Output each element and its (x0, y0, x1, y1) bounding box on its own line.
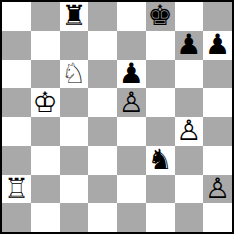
square-b3[interactable] (31, 146, 60, 175)
square-c5[interactable] (60, 88, 89, 117)
square-d6[interactable] (88, 60, 117, 89)
piece-white-knight[interactable]: ♘ (61, 60, 86, 88)
square-f7[interactable] (146, 31, 175, 60)
square-g5[interactable] (175, 88, 204, 117)
square-f3[interactable]: ♞ (146, 146, 175, 175)
square-b6[interactable] (31, 60, 60, 89)
square-a1[interactable] (2, 203, 31, 232)
square-h8[interactable] (203, 2, 232, 31)
square-b8[interactable] (31, 2, 60, 31)
square-g2[interactable] (175, 175, 204, 204)
square-b2[interactable] (31, 175, 60, 204)
square-b7[interactable] (31, 31, 60, 60)
square-b5[interactable]: ♔ (31, 88, 60, 117)
square-c6[interactable]: ♘ (60, 60, 89, 89)
piece-black-pawn[interactable]: ♟ (119, 60, 144, 88)
square-e8[interactable] (117, 2, 146, 31)
square-c3[interactable] (60, 146, 89, 175)
square-d3[interactable] (88, 146, 117, 175)
square-f2[interactable] (146, 175, 175, 204)
piece-white-king[interactable]: ♔ (33, 89, 58, 117)
chess-diagram: ♜♚♟♟♘♟♔♙♙♞♖♙ (0, 0, 234, 234)
square-c4[interactable] (60, 117, 89, 146)
square-c1[interactable] (60, 203, 89, 232)
square-e7[interactable] (117, 31, 146, 60)
square-e6[interactable]: ♟ (117, 60, 146, 89)
square-a6[interactable] (2, 60, 31, 89)
piece-white-pawn[interactable]: ♙ (176, 117, 201, 145)
square-f6[interactable] (146, 60, 175, 89)
piece-black-pawn[interactable]: ♟ (205, 31, 230, 59)
piece-black-king[interactable]: ♚ (148, 2, 173, 30)
square-f8[interactable]: ♚ (146, 2, 175, 31)
square-a4[interactable] (2, 117, 31, 146)
square-h4[interactable] (203, 117, 232, 146)
square-d5[interactable] (88, 88, 117, 117)
square-e4[interactable] (117, 117, 146, 146)
square-h3[interactable] (203, 146, 232, 175)
square-f1[interactable] (146, 203, 175, 232)
piece-black-knight[interactable]: ♞ (148, 146, 173, 174)
square-g8[interactable] (175, 2, 204, 31)
square-e5[interactable]: ♙ (117, 88, 146, 117)
piece-white-pawn[interactable]: ♙ (205, 175, 230, 203)
piece-white-pawn[interactable]: ♙ (119, 89, 144, 117)
square-h7[interactable]: ♟ (203, 31, 232, 60)
square-h6[interactable] (203, 60, 232, 89)
square-g6[interactable] (175, 60, 204, 89)
square-a8[interactable] (2, 2, 31, 31)
square-c7[interactable] (60, 31, 89, 60)
square-b1[interactable] (31, 203, 60, 232)
square-a3[interactable] (2, 146, 31, 175)
square-d8[interactable] (88, 2, 117, 31)
square-d4[interactable] (88, 117, 117, 146)
square-e2[interactable] (117, 175, 146, 204)
square-c2[interactable] (60, 175, 89, 204)
square-h2[interactable]: ♙ (203, 175, 232, 204)
square-a5[interactable] (2, 88, 31, 117)
square-a7[interactable] (2, 31, 31, 60)
square-a2[interactable]: ♖ (2, 175, 31, 204)
piece-black-pawn[interactable]: ♟ (176, 31, 201, 59)
square-f4[interactable] (146, 117, 175, 146)
chess-board: ♜♚♟♟♘♟♔♙♙♞♖♙ (0, 0, 234, 234)
square-f5[interactable] (146, 88, 175, 117)
square-d7[interactable] (88, 31, 117, 60)
square-g7[interactable]: ♟ (175, 31, 204, 60)
square-e1[interactable] (117, 203, 146, 232)
square-e3[interactable] (117, 146, 146, 175)
square-d1[interactable] (88, 203, 117, 232)
square-c8[interactable]: ♜ (60, 2, 89, 31)
square-g3[interactable] (175, 146, 204, 175)
square-h1[interactable] (203, 203, 232, 232)
square-b4[interactable] (31, 117, 60, 146)
piece-white-rook[interactable]: ♖ (4, 175, 29, 203)
piece-black-rook[interactable]: ♜ (61, 2, 86, 30)
square-g1[interactable] (175, 203, 204, 232)
square-d2[interactable] (88, 175, 117, 204)
square-h5[interactable] (203, 88, 232, 117)
square-g4[interactable]: ♙ (175, 117, 204, 146)
